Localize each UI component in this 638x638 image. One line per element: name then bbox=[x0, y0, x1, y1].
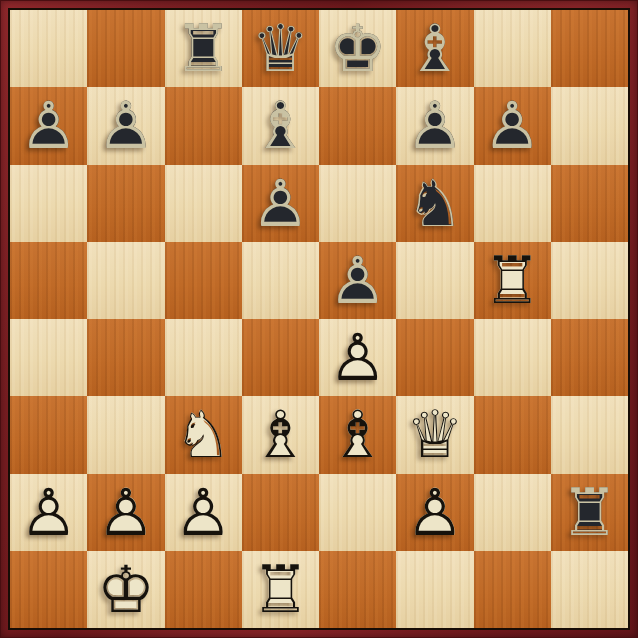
square-g3[interactable] bbox=[474, 396, 551, 473]
square-f8[interactable]: ♝ bbox=[396, 10, 473, 87]
square-h8[interactable] bbox=[551, 10, 628, 87]
square-c7[interactable] bbox=[165, 87, 242, 164]
square-a8[interactable] bbox=[10, 10, 87, 87]
square-e8[interactable]: ♚ bbox=[319, 10, 396, 87]
square-e2[interactable] bbox=[319, 474, 396, 551]
square-g5[interactable]: ♜ bbox=[474, 242, 551, 319]
square-g6[interactable] bbox=[474, 165, 551, 242]
square-f3[interactable]: ♛ bbox=[396, 396, 473, 473]
piece-white-bishop[interactable]: ♝ bbox=[328, 402, 386, 467]
piece-white-pawn[interactable]: ♟ bbox=[328, 325, 386, 390]
square-a5[interactable] bbox=[10, 242, 87, 319]
square-h5[interactable] bbox=[551, 242, 628, 319]
square-f2[interactable]: ♟ bbox=[396, 474, 473, 551]
square-d5[interactable] bbox=[242, 242, 319, 319]
square-g2[interactable] bbox=[474, 474, 551, 551]
square-d6[interactable]: ♟ bbox=[242, 165, 319, 242]
square-e3[interactable]: ♝ bbox=[319, 396, 396, 473]
square-g8[interactable] bbox=[474, 10, 551, 87]
piece-black-pawn[interactable]: ♟ bbox=[19, 93, 77, 158]
square-b7[interactable]: ♟ bbox=[87, 87, 164, 164]
piece-black-bishop[interactable]: ♝ bbox=[251, 93, 309, 158]
piece-white-pawn[interactable]: ♟ bbox=[406, 480, 464, 545]
square-a1[interactable] bbox=[10, 551, 87, 628]
square-a2[interactable]: ♟ bbox=[10, 474, 87, 551]
piece-black-bishop[interactable]: ♝ bbox=[406, 16, 464, 81]
chess-board: ♜♛♚♝♟♟♝♟♟♟♞♟♜♟♞♝♝♛♟♟♟♟♜♚♜ bbox=[8, 8, 630, 630]
piece-white-pawn[interactable]: ♟ bbox=[19, 480, 77, 545]
piece-white-bishop[interactable]: ♝ bbox=[251, 402, 309, 467]
square-h3[interactable] bbox=[551, 396, 628, 473]
square-g4[interactable] bbox=[474, 319, 551, 396]
piece-black-pawn[interactable]: ♟ bbox=[483, 93, 541, 158]
piece-black-pawn[interactable]: ♟ bbox=[328, 248, 386, 313]
square-b8[interactable] bbox=[87, 10, 164, 87]
piece-white-queen[interactable]: ♛ bbox=[406, 402, 464, 467]
square-d4[interactable] bbox=[242, 319, 319, 396]
square-a3[interactable] bbox=[10, 396, 87, 473]
piece-white-rook[interactable]: ♜ bbox=[251, 557, 309, 622]
square-a6[interactable] bbox=[10, 165, 87, 242]
square-d1[interactable]: ♜ bbox=[242, 551, 319, 628]
square-d8[interactable]: ♛ bbox=[242, 10, 319, 87]
square-b6[interactable] bbox=[87, 165, 164, 242]
piece-black-queen[interactable]: ♛ bbox=[251, 16, 309, 81]
square-c8[interactable]: ♜ bbox=[165, 10, 242, 87]
square-c6[interactable] bbox=[165, 165, 242, 242]
square-c4[interactable] bbox=[165, 319, 242, 396]
square-f6[interactable]: ♞ bbox=[396, 165, 473, 242]
board-frame: ♜♛♚♝♟♟♝♟♟♟♞♟♜♟♞♝♝♛♟♟♟♟♜♚♜ bbox=[0, 0, 638, 638]
square-b5[interactable] bbox=[87, 242, 164, 319]
piece-black-rook[interactable]: ♜ bbox=[560, 480, 618, 545]
square-c5[interactable] bbox=[165, 242, 242, 319]
square-g7[interactable]: ♟ bbox=[474, 87, 551, 164]
piece-black-knight[interactable]: ♞ bbox=[406, 171, 464, 236]
square-a4[interactable] bbox=[10, 319, 87, 396]
square-f1[interactable] bbox=[396, 551, 473, 628]
square-a7[interactable]: ♟ bbox=[10, 87, 87, 164]
square-b1[interactable]: ♚ bbox=[87, 551, 164, 628]
square-f7[interactable]: ♟ bbox=[396, 87, 473, 164]
square-b2[interactable]: ♟ bbox=[87, 474, 164, 551]
piece-black-pawn[interactable]: ♟ bbox=[406, 93, 464, 158]
square-c2[interactable]: ♟ bbox=[165, 474, 242, 551]
square-e5[interactable]: ♟ bbox=[319, 242, 396, 319]
piece-white-rook[interactable]: ♜ bbox=[483, 248, 541, 313]
square-f4[interactable] bbox=[396, 319, 473, 396]
square-b3[interactable] bbox=[87, 396, 164, 473]
square-h7[interactable] bbox=[551, 87, 628, 164]
square-d3[interactable]: ♝ bbox=[242, 396, 319, 473]
square-e6[interactable] bbox=[319, 165, 396, 242]
square-e7[interactable] bbox=[319, 87, 396, 164]
piece-white-king[interactable]: ♚ bbox=[97, 557, 155, 622]
piece-white-knight[interactable]: ♞ bbox=[174, 402, 232, 467]
square-h1[interactable] bbox=[551, 551, 628, 628]
square-h6[interactable] bbox=[551, 165, 628, 242]
square-c1[interactable] bbox=[165, 551, 242, 628]
square-h4[interactable] bbox=[551, 319, 628, 396]
square-d7[interactable]: ♝ bbox=[242, 87, 319, 164]
square-e1[interactable] bbox=[319, 551, 396, 628]
piece-black-pawn[interactable]: ♟ bbox=[251, 171, 309, 236]
square-d2[interactable] bbox=[242, 474, 319, 551]
piece-black-pawn[interactable]: ♟ bbox=[97, 93, 155, 158]
piece-black-rook[interactable]: ♜ bbox=[174, 16, 232, 81]
square-h2[interactable]: ♜ bbox=[551, 474, 628, 551]
square-f5[interactable] bbox=[396, 242, 473, 319]
piece-white-pawn[interactable]: ♟ bbox=[97, 480, 155, 545]
square-c3[interactable]: ♞ bbox=[165, 396, 242, 473]
square-g1[interactable] bbox=[474, 551, 551, 628]
piece-black-king[interactable]: ♚ bbox=[328, 16, 386, 81]
piece-white-pawn[interactable]: ♟ bbox=[174, 480, 232, 545]
square-b4[interactable] bbox=[87, 319, 164, 396]
square-e4[interactable]: ♟ bbox=[319, 319, 396, 396]
